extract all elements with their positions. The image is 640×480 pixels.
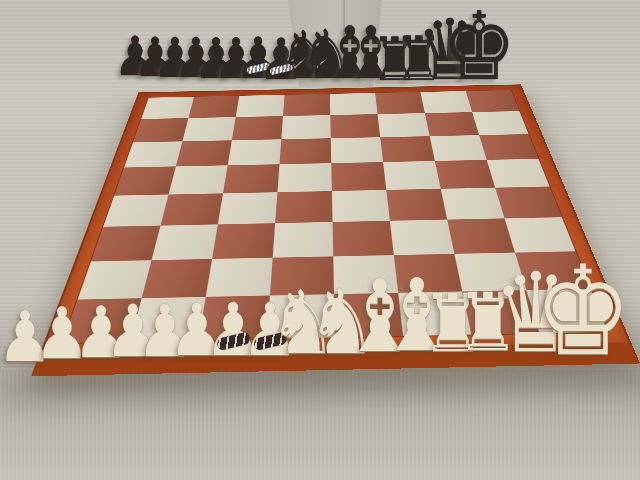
- square-a6[interactable]: [124, 141, 182, 167]
- square-f8[interactable]: [375, 92, 425, 114]
- square-e8[interactable]: [330, 93, 378, 115]
- square-e7[interactable]: [330, 114, 380, 138]
- square-f3[interactable]: [390, 219, 454, 254]
- square-a4[interactable]: [103, 194, 168, 226]
- square-a7[interactable]: [133, 118, 188, 142]
- square-d3[interactable]: [273, 222, 334, 257]
- square-f6[interactable]: [380, 136, 435, 162]
- square-c7[interactable]: [232, 116, 283, 140]
- square-b5[interactable]: [169, 165, 228, 194]
- square-f4[interactable]: [386, 189, 447, 221]
- square-g5[interactable]: [435, 160, 495, 189]
- square-c3[interactable]: [212, 223, 275, 259]
- square-g6[interactable]: [430, 135, 487, 161]
- square-b7[interactable]: [182, 117, 235, 141]
- square-b4[interactable]: [161, 193, 223, 225]
- square-g4[interactable]: [441, 188, 505, 220]
- square-h7[interactable]: [472, 111, 528, 135]
- square-c8[interactable]: [236, 95, 285, 117]
- square-d7[interactable]: [281, 115, 330, 139]
- square-h4[interactable]: [495, 187, 562, 219]
- square-d4[interactable]: [275, 191, 332, 223]
- square-h5[interactable]: [487, 159, 550, 188]
- black-king[interactable]: ♚: [442, 0, 516, 94]
- square-e6[interactable]: [331, 137, 383, 163]
- square-f7[interactable]: [378, 113, 430, 137]
- square-e4[interactable]: [332, 190, 390, 222]
- square-g8[interactable]: [420, 91, 472, 113]
- square-f5[interactable]: [383, 161, 441, 190]
- square-b6[interactable]: [176, 140, 232, 166]
- square-c6[interactable]: [228, 139, 282, 165]
- white-king[interactable]: ♚: [534, 249, 632, 373]
- square-b8[interactable]: [188, 96, 239, 118]
- square-h8[interactable]: [466, 90, 520, 112]
- square-c4[interactable]: [218, 192, 278, 224]
- black-king-glyph: ♚: [442, 0, 516, 94]
- square-a3[interactable]: [91, 225, 160, 261]
- square-c5[interactable]: [223, 164, 279, 193]
- white-king-glyph: ♚: [534, 249, 632, 373]
- square-h6[interactable]: [479, 134, 538, 160]
- square-e5[interactable]: [331, 162, 386, 191]
- photo-scene: ♟♟♟♟♟♟♟♟♞♞♝♝♜♜♛♚ ♟♟♟♟♟♟♟♟♞♞♝♝♜♜♛♚: [0, 0, 640, 480]
- square-d6[interactable]: [279, 138, 331, 164]
- square-d8[interactable]: [283, 94, 330, 116]
- square-b3[interactable]: [152, 224, 218, 260]
- table-grain-front: [0, 372, 640, 480]
- square-g7[interactable]: [425, 112, 479, 136]
- square-a5[interactable]: [114, 167, 176, 196]
- square-e3[interactable]: [333, 221, 394, 256]
- square-d5[interactable]: [277, 163, 331, 192]
- square-a8[interactable]: [141, 97, 194, 119]
